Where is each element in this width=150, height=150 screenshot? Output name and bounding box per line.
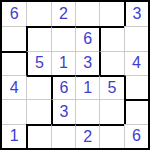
jigsaw-sudoku-board: 6236513446153126 (0, 0, 150, 150)
cell-r3c5[interactable] (99, 51, 123, 75)
cell-r4c6[interactable] (124, 75, 148, 99)
given-digit: 6 (83, 31, 92, 47)
given-digit: 5 (108, 80, 117, 96)
cell-r3c1[interactable] (2, 51, 26, 75)
given-digit: 3 (59, 104, 68, 120)
given-digit: 2 (59, 6, 68, 22)
cell-r1c4[interactable] (75, 2, 99, 26)
cell-r5c4[interactable] (75, 99, 99, 123)
cell-r5c5[interactable] (99, 99, 123, 123)
given-digit: 2 (83, 129, 92, 145)
cell-r6c2[interactable] (26, 124, 50, 148)
cell-r1c3[interactable]: 2 (51, 2, 75, 26)
given-digit: 1 (83, 80, 92, 96)
cell-r4c5[interactable]: 5 (99, 75, 123, 99)
cell-r3c6[interactable]: 4 (124, 51, 148, 75)
cell-r2c2[interactable] (26, 26, 50, 50)
cell-r1c6[interactable]: 3 (124, 2, 148, 26)
cell-r3c4[interactable]: 3 (75, 51, 99, 75)
given-digit: 6 (59, 80, 68, 96)
given-digit: 4 (132, 55, 141, 71)
cell-r1c2[interactable] (26, 2, 50, 26)
cell-r2c6[interactable] (124, 26, 148, 50)
cell-r4c4[interactable]: 1 (75, 75, 99, 99)
cell-r6c4[interactable]: 2 (75, 124, 99, 148)
cell-r2c4[interactable]: 6 (75, 26, 99, 50)
cell-r1c1[interactable]: 6 (2, 2, 26, 26)
cell-r6c3[interactable] (51, 124, 75, 148)
cell-r2c5[interactable] (99, 26, 123, 50)
cell-r4c2[interactable] (26, 75, 50, 99)
cell-r5c1[interactable] (2, 99, 26, 123)
given-digit: 1 (10, 128, 19, 144)
cell-r4c3[interactable]: 6 (51, 75, 75, 99)
cell-r5c6[interactable] (124, 99, 148, 123)
given-digit: 1 (59, 55, 68, 71)
cell-r2c1[interactable] (2, 26, 26, 50)
given-digit: 5 (35, 55, 44, 71)
cell-r5c2[interactable] (26, 99, 50, 123)
given-digit: 6 (10, 6, 19, 22)
cell-r6c6[interactable]: 6 (124, 124, 148, 148)
cell-r3c3[interactable]: 1 (51, 51, 75, 75)
cell-r4c1[interactable]: 4 (2, 75, 26, 99)
cell-r6c1[interactable]: 1 (2, 124, 26, 148)
cell-r6c5[interactable] (99, 124, 123, 148)
cell-r5c3[interactable]: 3 (51, 99, 75, 123)
cell-r2c3[interactable] (51, 26, 75, 50)
cell-r1c5[interactable] (99, 2, 123, 26)
cell-r3c2[interactable]: 5 (26, 51, 50, 75)
given-digit: 3 (83, 55, 92, 71)
given-digit: 6 (132, 128, 141, 144)
given-digit: 3 (132, 6, 141, 22)
given-digit: 4 (10, 80, 19, 96)
